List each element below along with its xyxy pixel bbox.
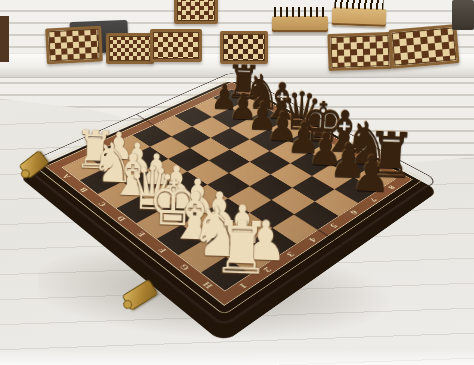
board-grid: ♜♟♟♜♞♟♟♞♝♟♟♝♛♟♟♛♚♟♟♚♝♟♟♝♞♟♟♞♜♟♟♜ <box>63 89 395 290</box>
chess-board: ♜♟♟♜♞♟♟♞♝♟♟♝♛♟♟♛♚♟♟♚♝♟♟♝♞♟♟♞♜♟♟♜ ABCDEFG… <box>20 72 438 329</box>
piece-black-pawn-h7: ♟ <box>327 145 418 200</box>
piece-white-rook-h1: ♜ <box>176 207 308 287</box>
background-board-edge <box>0 16 9 62</box>
background-object <box>452 0 474 30</box>
photo-scene: ♜♟♟♜♞♟♟♞♝♟♟♝♛♟♟♛♚♟♟♚♝♟♟♝♞♟♟♞♜♟♟♜ ABCDEFG… <box>0 0 474 365</box>
chess-board-scene: ♜♟♟♜♞♟♟♞♝♟♟♝♛♟♟♛♚♟♟♚♝♟♟♝♞♟♟♞♜♟♟♜ ABCDEFG… <box>47 0 411 355</box>
